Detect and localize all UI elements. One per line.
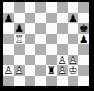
square-e6[interactable] [46, 23, 57, 34]
square-b8[interactable] [14, 2, 25, 13]
white-pawn-fill: ♟ [14, 65, 25, 76]
square-f7[interactable] [57, 13, 68, 24]
square-e7[interactable] [46, 13, 57, 24]
square-h5[interactable]: ♟ [78, 34, 89, 45]
white-pawn-fill: ♟ [57, 65, 68, 76]
square-f4[interactable] [57, 44, 68, 55]
chess-board-frame: ♟♟♟♚♜♖♟♟♙♟♙♟♙♟♙♜♟♙♚♔ [0, 0, 94, 91]
square-b4[interactable] [14, 44, 25, 55]
square-h4[interactable] [78, 44, 89, 55]
square-a5[interactable] [3, 34, 14, 45]
square-c3[interactable] [25, 55, 36, 66]
white-rook: ♖ [14, 34, 25, 45]
square-a4[interactable] [3, 44, 14, 55]
square-c6[interactable] [25, 23, 36, 34]
white-pawn: ♙ [57, 65, 68, 76]
square-d3[interactable] [35, 55, 46, 66]
square-g8[interactable] [68, 2, 79, 13]
square-g4[interactable] [68, 44, 79, 55]
square-f6[interactable] [57, 23, 68, 34]
square-c4[interactable] [25, 44, 36, 55]
square-h2[interactable] [78, 65, 89, 76]
square-e3[interactable] [46, 55, 57, 66]
square-c5[interactable] [25, 34, 36, 45]
black-pawn: ♟ [78, 34, 89, 45]
square-d1[interactable] [35, 76, 46, 87]
square-h6[interactable]: ♚ [78, 23, 89, 34]
square-a3[interactable] [3, 55, 14, 66]
square-a8[interactable] [3, 2, 14, 13]
square-d4[interactable] [35, 44, 46, 55]
black-king: ♚ [78, 23, 89, 34]
white-pawn-fill: ♟ [57, 55, 68, 66]
black-pawn: ♟ [3, 13, 14, 24]
chess-board: ♟♟♟♚♜♖♟♟♙♟♙♟♙♟♙♜♟♙♚♔ [3, 2, 89, 86]
white-pawn: ♙ [14, 65, 25, 76]
white-pawn-fill: ♟ [68, 55, 79, 66]
square-b3[interactable] [14, 55, 25, 66]
square-g5[interactable] [68, 34, 79, 45]
square-g7[interactable]: ♟ [68, 13, 79, 24]
black-pawn: ♟ [14, 23, 25, 34]
white-pawn: ♙ [3, 65, 14, 76]
square-h3[interactable] [78, 55, 89, 66]
square-d6[interactable] [35, 23, 46, 34]
square-f1[interactable] [57, 76, 68, 87]
square-f2[interactable]: ♟♙ [57, 65, 68, 76]
white-pawn: ♙ [68, 55, 79, 66]
square-c1[interactable] [25, 76, 36, 87]
square-b1[interactable] [14, 76, 25, 87]
square-e4[interactable] [46, 44, 57, 55]
square-a1[interactable] [3, 76, 14, 87]
white-king: ♔ [68, 65, 79, 76]
square-d8[interactable] [35, 2, 46, 13]
square-e5[interactable] [46, 34, 57, 45]
square-a2[interactable]: ♟♙ [3, 65, 14, 76]
square-a7[interactable]: ♟ [3, 13, 14, 24]
square-g2[interactable]: ♚♔ [68, 65, 79, 76]
square-h1[interactable] [78, 76, 89, 87]
square-e8[interactable] [46, 2, 57, 13]
square-g1[interactable] [68, 76, 79, 87]
white-pawn: ♙ [57, 55, 68, 66]
square-b5[interactable]: ♜♖ [14, 34, 25, 45]
square-f8[interactable] [57, 2, 68, 13]
square-h7[interactable] [78, 13, 89, 24]
square-a6[interactable] [3, 23, 14, 34]
square-b7[interactable] [14, 13, 25, 24]
square-f5[interactable] [57, 34, 68, 45]
square-h8[interactable] [78, 2, 89, 13]
white-king-fill: ♚ [68, 65, 79, 76]
square-d2[interactable] [35, 65, 46, 76]
square-c8[interactable] [25, 2, 36, 13]
square-g3[interactable]: ♟♙ [68, 55, 79, 66]
square-e1[interactable] [46, 76, 57, 87]
square-d5[interactable] [35, 34, 46, 45]
black-rook: ♜ [46, 65, 57, 76]
square-g6[interactable] [68, 23, 79, 34]
square-b2[interactable]: ♟♙ [14, 65, 25, 76]
white-pawn-fill: ♟ [3, 65, 14, 76]
square-b6[interactable]: ♟ [14, 23, 25, 34]
square-f3[interactable]: ♟♙ [57, 55, 68, 66]
square-d7[interactable] [35, 13, 46, 24]
square-e2[interactable]: ♜ [46, 65, 57, 76]
square-c2[interactable] [25, 65, 36, 76]
black-pawn: ♟ [68, 13, 79, 24]
white-rook-fill: ♜ [14, 34, 25, 45]
square-c7[interactable] [25, 13, 36, 24]
